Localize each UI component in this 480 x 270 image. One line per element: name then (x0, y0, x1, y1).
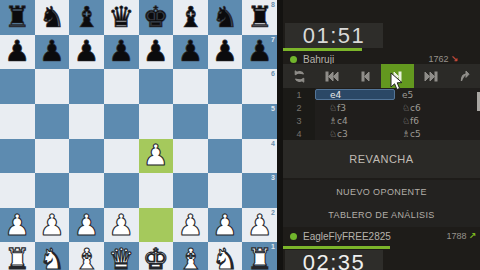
skip-to-first-icon (325, 71, 339, 82)
white-pawn[interactable]: ♟ (173, 208, 208, 243)
black-queen[interactable]: ♛ (104, 0, 139, 35)
black-pawn[interactable]: ♟ (69, 35, 104, 70)
square-d7[interactable]: ♟ (104, 35, 139, 70)
white-bishop[interactable]: ♝ (173, 242, 208, 270)
white-pawn[interactable]: ♟ (208, 208, 243, 243)
rematch-button[interactable]: REVANCHA (283, 140, 480, 178)
square-f1[interactable]: ♝f (173, 242, 208, 270)
square-g5[interactable] (208, 104, 243, 139)
next-move-icon (393, 71, 402, 82)
new-opponent-button[interactable]: NUEVO OPONENTE (283, 180, 480, 203)
bottom-player-name[interactable]: EagleFlyFREE2825 (303, 231, 446, 242)
move-number: 4 (283, 127, 315, 140)
square-h3[interactable]: 3 (242, 173, 277, 208)
square-h4[interactable]: 4 (242, 139, 277, 174)
square-b4[interactable] (35, 139, 70, 174)
square-g1[interactable]: ♞g (208, 242, 243, 270)
last-move-button[interactable] (414, 64, 447, 88)
white-pawn[interactable]: ♟ (104, 208, 139, 243)
takeback-icon (458, 70, 470, 82)
square-c7[interactable]: ♟ (69, 35, 104, 70)
rating-up-icon: ↗ (468, 231, 476, 241)
white-move-1[interactable]: e4 (315, 89, 395, 100)
square-h5[interactable]: 5 (242, 104, 277, 139)
bottom-clock-time-bar (283, 246, 390, 249)
white-move-2[interactable]: ♘f3 (315, 103, 395, 113)
move-number: 1 (283, 88, 315, 101)
bottom-player-rating: 1788 (446, 231, 466, 241)
white-move-3[interactable]: ♗c4 (315, 116, 395, 126)
square-b7[interactable]: ♟ (35, 35, 70, 70)
move-list: 1e4e52♘f3♘c63♗c4♘f64♘c3♗c5 (283, 88, 480, 140)
square-d3[interactable] (104, 173, 139, 208)
flip-board-icon (293, 70, 306, 83)
white-pawn[interactable]: ♟ (0, 208, 35, 243)
square-c3[interactable] (69, 173, 104, 208)
square-d1[interactable]: ♛d (104, 242, 139, 270)
square-g6[interactable] (208, 69, 243, 104)
post-game-options: NUEVO OPONENTE TABLERO DE ANÁLISIS (283, 180, 480, 227)
square-b2[interactable]: ♟ (35, 208, 70, 243)
square-g7[interactable]: ♟ (208, 35, 243, 70)
white-queen[interactable]: ♛ (104, 242, 139, 270)
black-move-3[interactable]: ♘f6 (395, 116, 475, 126)
top-player-rating: 1762 (428, 54, 448, 64)
square-c1[interactable]: ♝c (69, 242, 104, 270)
rank-label-5: 5 (271, 105, 275, 112)
square-f4[interactable] (173, 139, 208, 174)
rank-label-3: 3 (271, 174, 275, 181)
square-h7[interactable]: ♟7 (242, 35, 277, 70)
white-pawn[interactable]: ♟ (139, 139, 174, 174)
online-dot (290, 233, 297, 240)
flip-board-button[interactable] (283, 64, 316, 88)
square-f8[interactable]: ♝ (173, 0, 208, 35)
rank-label-6: 6 (271, 70, 275, 77)
square-g8[interactable]: ♞ (208, 0, 243, 35)
black-bishop[interactable]: ♝ (173, 0, 208, 35)
move-row-3: 3♗c4♘f6 (283, 114, 480, 127)
black-pawn[interactable]: ♟ (173, 35, 208, 70)
app-window: ♜♞♝♛♚♝♞♜8♟♟♟♟♟♟♟♟765♟43♟♟♟♟♟♟♟2♜a♞b♝c♛d♚… (0, 0, 480, 270)
analysis-board-button[interactable]: TABLERO DE ANÁLISIS (283, 203, 480, 226)
white-knight[interactable]: ♞ (35, 242, 70, 270)
next-move-button[interactable] (381, 64, 414, 88)
square-a2[interactable]: ♟ (0, 208, 35, 243)
black-move-2[interactable]: ♘c6 (395, 103, 475, 113)
white-pawn[interactable]: ♟ (35, 208, 70, 243)
square-h8[interactable]: ♜8 (242, 0, 277, 35)
square-b6[interactable] (35, 69, 70, 104)
square-d5[interactable] (104, 104, 139, 139)
square-h6[interactable]: 6 (242, 69, 277, 104)
square-d6[interactable] (104, 69, 139, 104)
black-rook[interactable]: ♜ (0, 0, 35, 35)
square-a5[interactable] (0, 104, 35, 139)
square-b3[interactable] (35, 173, 70, 208)
white-pawn[interactable]: ♟ (69, 208, 104, 243)
rank-label-2: 2 (271, 209, 275, 216)
square-d4[interactable] (104, 139, 139, 174)
rank-label-7: 7 (271, 36, 275, 43)
square-f7[interactable]: ♟ (173, 35, 208, 70)
black-pawn[interactable]: ♟ (208, 35, 243, 70)
rating-down-icon: ↘ (450, 54, 458, 64)
bottom-player-clock: 02:35 (285, 250, 383, 270)
square-b5[interactable] (35, 104, 70, 139)
black-move-1[interactable]: e5 (395, 90, 475, 100)
square-f6[interactable] (173, 69, 208, 104)
square-f2[interactable]: ♟ (173, 208, 208, 243)
first-move-button[interactable] (316, 64, 349, 88)
square-e1[interactable]: ♚e (139, 242, 174, 270)
black-knight[interactable]: ♞ (35, 0, 70, 35)
square-a8[interactable]: ♜ (0, 0, 35, 35)
square-c6[interactable] (69, 69, 104, 104)
black-pawn[interactable]: ♟ (0, 35, 35, 70)
white-king[interactable]: ♚ (139, 242, 174, 270)
square-c8[interactable]: ♝ (69, 0, 104, 35)
previous-move-icon (361, 71, 370, 82)
square-b8[interactable]: ♞ (35, 0, 70, 35)
square-g4[interactable] (208, 139, 243, 174)
square-b1[interactable]: ♞b (35, 242, 70, 270)
move-row-2: 2♘f3♘c6 (283, 101, 480, 114)
black-pawn[interactable]: ♟ (35, 35, 70, 70)
square-f5[interactable] (173, 104, 208, 139)
black-bishop[interactable]: ♝ (69, 0, 104, 35)
skip-to-last-icon (424, 71, 438, 82)
square-d8[interactable]: ♛ (104, 0, 139, 35)
move-number: 2 (283, 101, 315, 114)
square-a3[interactable] (0, 173, 35, 208)
square-c5[interactable] (69, 104, 104, 139)
black-pawn[interactable]: ♟ (104, 35, 139, 70)
square-e2[interactable] (139, 208, 174, 243)
top-player-clock: 01:51 (285, 23, 383, 48)
square-a4[interactable] (0, 139, 35, 174)
square-c2[interactable]: ♟ (69, 208, 104, 243)
black-pawn[interactable]: ♟ (139, 35, 174, 70)
move-number: 3 (283, 114, 315, 127)
square-f3[interactable] (173, 173, 208, 208)
square-e4[interactable]: ♟ (139, 139, 174, 174)
top-player-name[interactable]: Bahruji (303, 54, 428, 65)
square-e5[interactable] (139, 104, 174, 139)
square-e8[interactable]: ♚ (139, 0, 174, 35)
white-bishop[interactable]: ♝ (69, 242, 104, 270)
square-h2[interactable]: ♟2 (242, 208, 277, 243)
bottom-player-row: EagleFlyFREE2825 1788 ↗ (283, 229, 480, 243)
chess-board[interactable]: ♜♞♝♛♚♝♞♜8♟♟♟♟♟♟♟♟765♟43♟♟♟♟♟♟♟2♜a♞b♝c♛d♚… (0, 0, 277, 270)
white-rook[interactable]: ♜ (0, 242, 35, 270)
replay-controls (283, 64, 480, 88)
move-row-1: 1e4e5 (283, 88, 480, 101)
square-g3[interactable] (208, 173, 243, 208)
black-move-4[interactable]: ♗c5 (395, 129, 475, 139)
square-e7[interactable]: ♟ (139, 35, 174, 70)
square-a6[interactable] (0, 69, 35, 104)
rank-label-8: 8 (271, 1, 275, 8)
white-knight[interactable]: ♞ (208, 242, 243, 270)
rank-label-4: 4 (271, 140, 275, 147)
game-sidebar: 01:51 Bahruji 1762 ↘ (283, 0, 480, 270)
rank-label-1: 1 (271, 243, 275, 250)
move-row-4: 4♘c3♗c5 (283, 127, 480, 140)
square-e6[interactable] (139, 69, 174, 104)
previous-move-button[interactable] (349, 64, 382, 88)
takeback-button[interactable] (447, 64, 480, 88)
square-h1[interactable]: ♜1h (242, 242, 277, 270)
white-move-4[interactable]: ♘c3 (315, 129, 395, 139)
online-dot (290, 56, 297, 63)
black-king[interactable]: ♚ (139, 0, 174, 35)
top-clock-time-bar (283, 48, 362, 51)
square-c4[interactable] (69, 139, 104, 174)
square-g2[interactable]: ♟ (208, 208, 243, 243)
black-knight[interactable]: ♞ (208, 0, 243, 35)
square-d2[interactable]: ♟ (104, 208, 139, 243)
square-a7[interactable]: ♟ (0, 35, 35, 70)
square-a1[interactable]: ♜a (0, 242, 35, 270)
square-e3[interactable] (139, 173, 174, 208)
